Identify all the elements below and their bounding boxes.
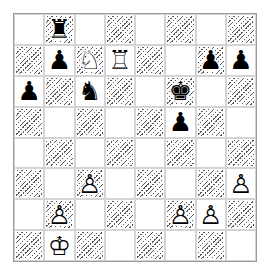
square-c4[interactable] [75, 138, 105, 169]
black-pawn[interactable]: ♟♟ [165, 107, 195, 138]
square-b7[interactable]: ♟♟ [44, 45, 74, 76]
square-g8[interactable] [196, 14, 226, 45]
square-b4[interactable] [44, 138, 74, 169]
square-c3[interactable]: ♟♙ [75, 168, 105, 199]
square-b8[interactable]: ♜♜ [44, 14, 74, 45]
square-c1[interactable] [75, 230, 105, 261]
square-a3[interactable] [14, 168, 44, 199]
white-pawn-glyph: ♙ [165, 199, 195, 230]
white-pawn-glyph: ♙ [196, 199, 226, 230]
square-f5[interactable]: ♟♟ [165, 107, 195, 138]
square-h6[interactable] [226, 76, 256, 107]
square-f1[interactable] [165, 230, 195, 261]
black-pawn-glyph: ♟ [165, 107, 195, 138]
square-f6[interactable]: ♚♚ [165, 76, 195, 107]
white-pawn[interactable]: ♟♙ [75, 168, 105, 199]
square-f3[interactable] [165, 168, 195, 199]
square-c8[interactable] [75, 14, 105, 45]
black-pawn-glyph: ♟ [14, 76, 44, 107]
square-f8[interactable] [165, 14, 195, 45]
white-pawn[interactable]: ♟♙ [226, 168, 256, 199]
black-pawn[interactable]: ♟♟ [14, 76, 44, 107]
square-h5[interactable] [226, 107, 256, 138]
square-e8[interactable] [135, 14, 165, 45]
square-e5[interactable] [135, 107, 165, 138]
black-rook-glyph: ♜ [44, 14, 74, 45]
square-e3[interactable] [135, 168, 165, 199]
black-king-glyph: ♚ [165, 76, 195, 107]
square-e2[interactable] [135, 199, 165, 230]
black-knight[interactable]: ♞♞ [75, 76, 105, 107]
square-a2[interactable] [14, 199, 44, 230]
black-pawn[interactable]: ♟♟ [44, 45, 74, 76]
square-h1[interactable] [226, 230, 256, 261]
black-pawn-glyph: ♟ [226, 45, 256, 76]
square-h4[interactable] [226, 138, 256, 169]
square-d4[interactable] [105, 138, 135, 169]
white-pawn[interactable]: ♟♙ [165, 199, 195, 230]
square-g4[interactable] [196, 138, 226, 169]
square-e1[interactable] [135, 230, 165, 261]
black-king[interactable]: ♚♚ [165, 76, 195, 107]
square-h8[interactable] [226, 14, 256, 45]
chess-board: ♜♜♟♟♞♘♜♖♟♟♟♟♟♟♞♞♚♚♟♟♟♙♟♙♟♙♟♙♟♙♚♔ [13, 13, 257, 262]
square-g1[interactable] [196, 230, 226, 261]
white-pawn-glyph: ♙ [44, 199, 74, 230]
white-king[interactable]: ♚♔ [44, 230, 74, 261]
square-c5[interactable] [75, 107, 105, 138]
square-h3[interactable]: ♟♙ [226, 168, 256, 199]
square-f2[interactable]: ♟♙ [165, 199, 195, 230]
white-king-glyph: ♔ [44, 230, 74, 261]
white-rook[interactable]: ♜♖ [105, 45, 135, 76]
square-h7[interactable]: ♟♟ [226, 45, 256, 76]
square-g6[interactable] [196, 76, 226, 107]
square-d3[interactable] [105, 168, 135, 199]
white-pawn-glyph: ♙ [226, 168, 256, 199]
square-g7[interactable]: ♟♟ [196, 45, 226, 76]
chess-diagram: ♜♜♟♟♞♘♜♖♟♟♟♟♟♟♞♞♚♚♟♟♟♙♟♙♟♙♟♙♟♙♚♔ [0, 0, 270, 276]
square-d2[interactable] [105, 199, 135, 230]
black-pawn-glyph: ♟ [196, 45, 226, 76]
square-g3[interactable] [196, 168, 226, 199]
square-b3[interactable] [44, 168, 74, 199]
square-a4[interactable] [14, 138, 44, 169]
white-knight-glyph: ♘ [75, 45, 105, 76]
black-rook[interactable]: ♜♜ [44, 14, 74, 45]
square-e4[interactable] [135, 138, 165, 169]
square-d8[interactable] [105, 14, 135, 45]
square-g2[interactable]: ♟♙ [196, 199, 226, 230]
square-b1[interactable]: ♚♔ [44, 230, 74, 261]
square-b6[interactable] [44, 76, 74, 107]
square-a6[interactable]: ♟♟ [14, 76, 44, 107]
square-a1[interactable] [14, 230, 44, 261]
white-knight[interactable]: ♞♘ [75, 45, 105, 76]
black-knight-glyph: ♞ [75, 76, 105, 107]
square-g5[interactable] [196, 107, 226, 138]
square-d7[interactable]: ♜♖ [105, 45, 135, 76]
square-c2[interactable] [75, 199, 105, 230]
square-c7[interactable]: ♞♘ [75, 45, 105, 76]
square-c6[interactable]: ♞♞ [75, 76, 105, 107]
square-d1[interactable] [105, 230, 135, 261]
square-f4[interactable] [165, 138, 195, 169]
square-f7[interactable] [165, 45, 195, 76]
white-pawn[interactable]: ♟♙ [196, 199, 226, 230]
black-pawn-glyph: ♟ [44, 45, 74, 76]
square-a5[interactable] [14, 107, 44, 138]
square-h2[interactable] [226, 199, 256, 230]
white-rook-glyph: ♖ [105, 45, 135, 76]
black-pawn[interactable]: ♟♟ [196, 45, 226, 76]
square-b5[interactable] [44, 107, 74, 138]
square-a8[interactable] [14, 14, 44, 45]
square-d6[interactable] [105, 76, 135, 107]
white-pawn-glyph: ♙ [75, 168, 105, 199]
square-b2[interactable]: ♟♙ [44, 199, 74, 230]
square-a7[interactable] [14, 45, 44, 76]
square-e7[interactable] [135, 45, 165, 76]
square-d5[interactable] [105, 107, 135, 138]
square-e6[interactable] [135, 76, 165, 107]
white-pawn[interactable]: ♟♙ [44, 199, 74, 230]
black-pawn[interactable]: ♟♟ [226, 45, 256, 76]
